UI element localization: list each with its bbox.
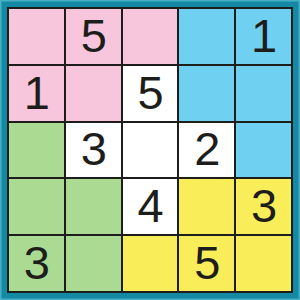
cell-value: 4 bbox=[137, 182, 162, 229]
cell-r3c4[interactable]: 2 bbox=[179, 123, 234, 178]
cell-value: 3 bbox=[81, 125, 106, 172]
cell-r4c1[interactable] bbox=[9, 179, 64, 234]
cell-r1c2[interactable]: 5 bbox=[66, 9, 121, 64]
cell-value: 1 bbox=[24, 69, 49, 116]
cell-r4c2[interactable] bbox=[66, 179, 121, 234]
cell-value: 1 bbox=[251, 12, 276, 59]
cell-r2c3[interactable]: 5 bbox=[123, 66, 178, 121]
cell-value: 3 bbox=[251, 182, 276, 229]
cell-r3c1[interactable] bbox=[9, 123, 64, 178]
cell-r2c2[interactable] bbox=[66, 66, 121, 121]
cell-r1c4[interactable] bbox=[179, 9, 234, 64]
cell-r2c5[interactable] bbox=[236, 66, 291, 121]
cell-r3c5[interactable] bbox=[236, 123, 291, 178]
cell-value: 5 bbox=[194, 239, 219, 286]
cell-r3c2[interactable]: 3 bbox=[66, 123, 121, 178]
cell-r3c3[interactable] bbox=[123, 123, 178, 178]
cell-r1c5[interactable]: 1 bbox=[236, 9, 291, 64]
cell-r5c5[interactable] bbox=[236, 236, 291, 291]
cell-value: 2 bbox=[194, 125, 219, 172]
cell-r1c1[interactable] bbox=[9, 9, 64, 64]
cell-r1c3[interactable] bbox=[123, 9, 178, 64]
puzzle-frame: 5115324335 bbox=[0, 0, 300, 300]
cell-r5c3[interactable] bbox=[123, 236, 178, 291]
cell-r5c2[interactable] bbox=[66, 236, 121, 291]
cell-r4c5[interactable]: 3 bbox=[236, 179, 291, 234]
cell-value: 5 bbox=[137, 69, 162, 116]
cell-value: 3 bbox=[24, 239, 49, 286]
sudoku-board: 5115324335 bbox=[7, 7, 293, 293]
cell-r2c4[interactable] bbox=[179, 66, 234, 121]
cell-r2c1[interactable]: 1 bbox=[9, 66, 64, 121]
cell-r5c1[interactable]: 3 bbox=[9, 236, 64, 291]
cell-r4c3[interactable]: 4 bbox=[123, 179, 178, 234]
cell-r4c4[interactable] bbox=[179, 179, 234, 234]
cell-r5c4[interactable]: 5 bbox=[179, 236, 234, 291]
cell-value: 5 bbox=[81, 12, 106, 59]
